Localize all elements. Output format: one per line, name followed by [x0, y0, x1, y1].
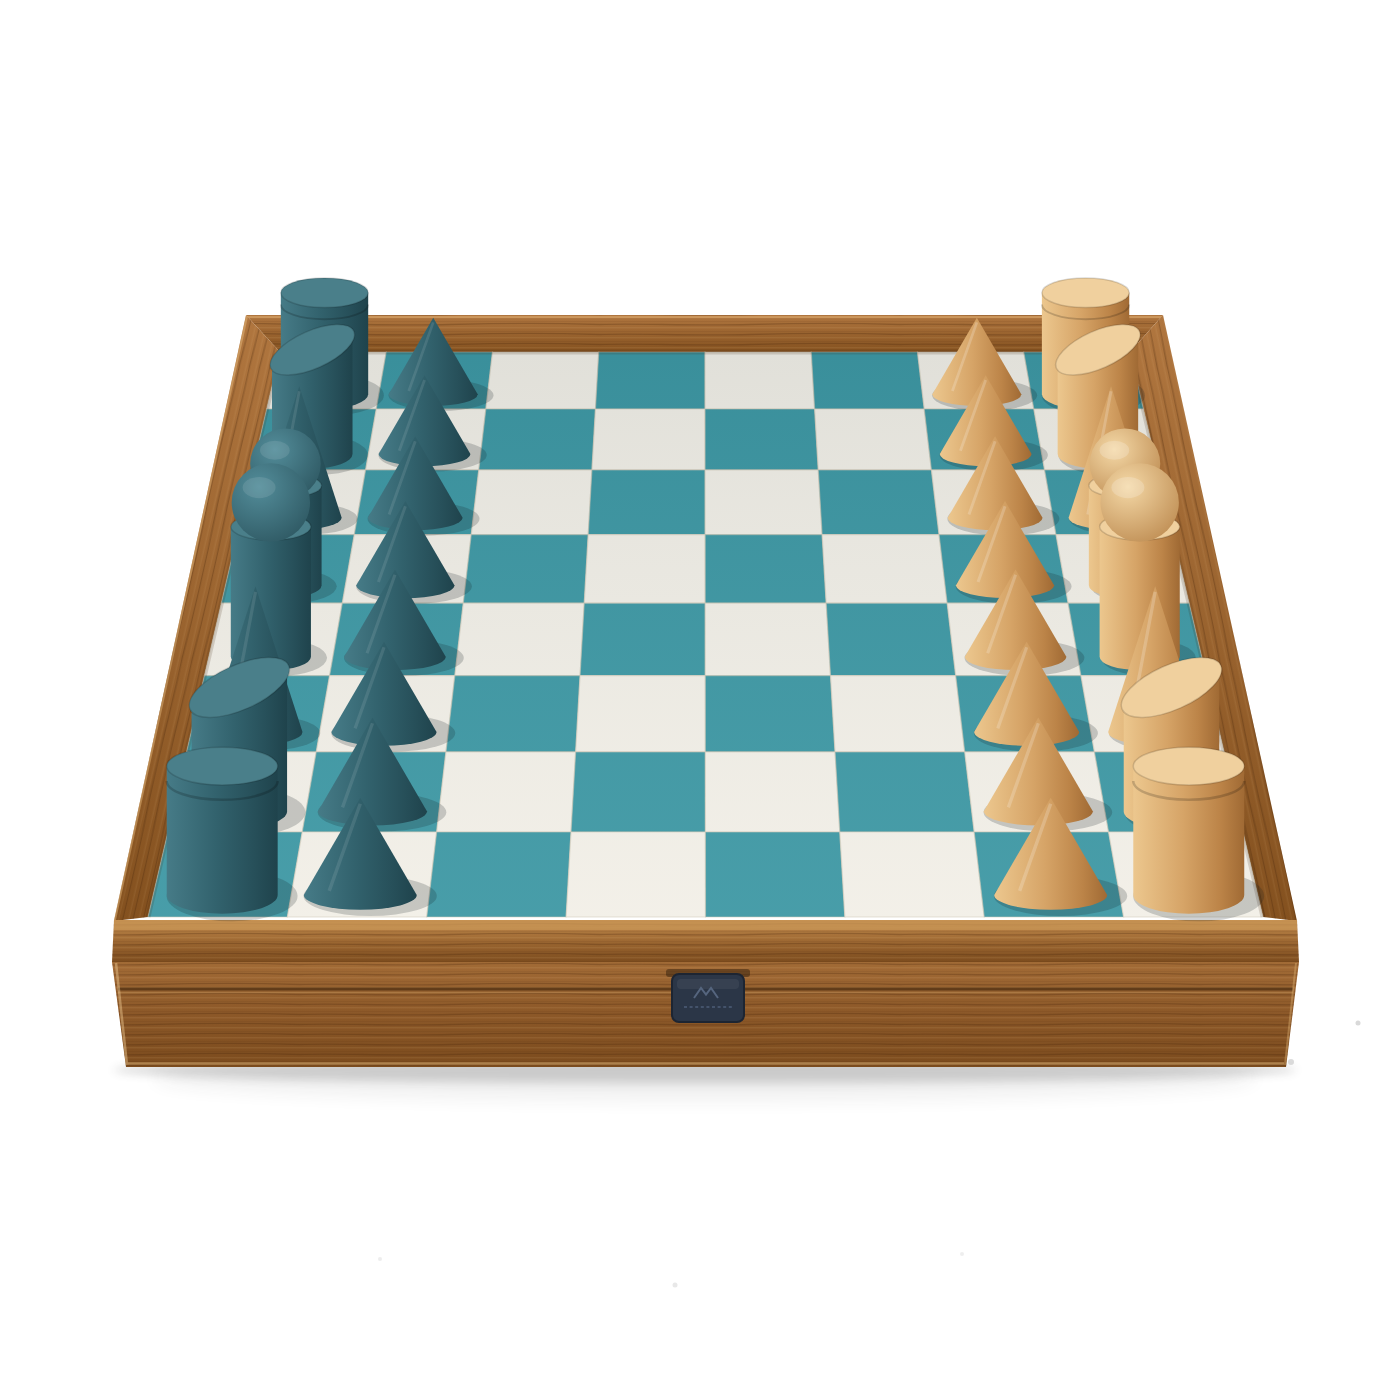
- board-frame-front-rail: [112, 920, 1299, 962]
- bauhaus-chess-set-photo: [0, 0, 1400, 1400]
- board-frame-back-rail: [246, 315, 1163, 352]
- brand-clasp: [666, 969, 750, 1022]
